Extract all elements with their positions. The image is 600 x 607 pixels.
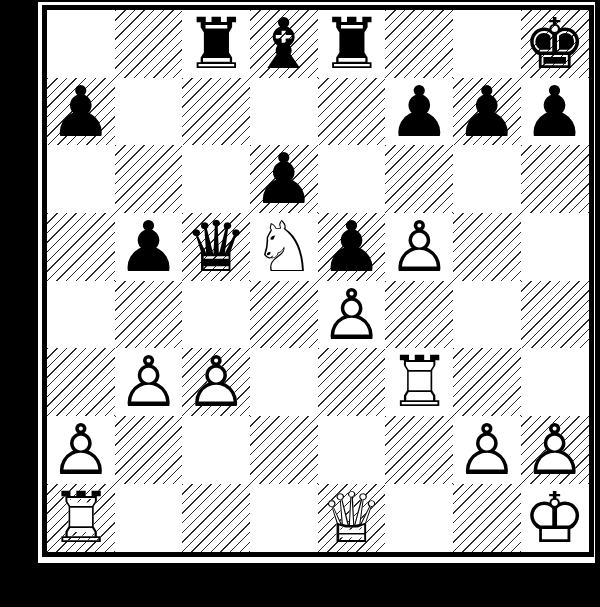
chess-board: ♜♝♜♚♟♟♟♟♟♟♛♞♘♟♟♙♟♙♟♙♟♙♜♖♟♙♟♙♟♙♜♖♛♕♚♔ — [42, 5, 594, 557]
square-g3[interactable] — [453, 348, 521, 416]
square-h4[interactable] — [521, 281, 589, 349]
square-c6[interactable] — [182, 145, 250, 213]
square-b3[interactable]: ♟♙ — [115, 348, 183, 416]
square-a6[interactable] — [47, 145, 115, 213]
white-knight[interactable]: ♞♘ — [250, 213, 318, 281]
white-pawn[interactable]: ♟♙ — [115, 348, 183, 416]
square-b1[interactable] — [115, 484, 183, 552]
square-a7[interactable]: ♟ — [47, 78, 115, 146]
white-rook-glyph: ♖ — [388, 348, 451, 416]
white-rook-glyph: ♖ — [49, 484, 112, 552]
square-g8[interactable] — [453, 10, 521, 78]
white-pawn[interactable]: ♟♙ — [47, 416, 115, 484]
square-c5[interactable]: ♛ — [182, 213, 250, 281]
square-a1[interactable]: ♜♖ — [47, 484, 115, 552]
square-f4[interactable] — [385, 281, 453, 349]
square-h7[interactable]: ♟ — [521, 78, 589, 146]
square-e6[interactable] — [318, 145, 386, 213]
square-d6[interactable]: ♟ — [250, 145, 318, 213]
square-d5[interactable]: ♞♘ — [250, 213, 318, 281]
square-f1[interactable] — [385, 484, 453, 552]
square-f7[interactable]: ♟ — [385, 78, 453, 146]
square-e8[interactable]: ♜ — [318, 10, 386, 78]
square-a5[interactable] — [47, 213, 115, 281]
square-c2[interactable] — [182, 416, 250, 484]
black-pawn[interactable]: ♟ — [453, 78, 521, 146]
square-e1[interactable]: ♛♕ — [318, 484, 386, 552]
square-a2[interactable]: ♟♙ — [47, 416, 115, 484]
square-d7[interactable] — [250, 78, 318, 146]
square-b4[interactable] — [115, 281, 183, 349]
white-pawn-glyph: ♙ — [320, 281, 383, 349]
white-queen[interactable]: ♛♕ — [318, 484, 386, 552]
black-pawn[interactable]: ♟ — [115, 213, 183, 281]
white-pawn[interactable]: ♟♙ — [521, 416, 589, 484]
white-pawn-glyph: ♙ — [523, 416, 586, 484]
square-d1[interactable] — [250, 484, 318, 552]
white-pawn-glyph: ♙ — [117, 348, 180, 416]
square-c7[interactable] — [182, 78, 250, 146]
square-d4[interactable] — [250, 281, 318, 349]
white-queen-glyph: ♕ — [320, 484, 383, 552]
square-f6[interactable] — [385, 145, 453, 213]
square-f5[interactable]: ♟♙ — [385, 213, 453, 281]
square-c4[interactable] — [182, 281, 250, 349]
square-e2[interactable] — [318, 416, 386, 484]
white-pawn-glyph: ♙ — [388, 213, 451, 281]
white-knight-glyph: ♘ — [253, 213, 316, 281]
square-g2[interactable]: ♟♙ — [453, 416, 521, 484]
square-a4[interactable] — [47, 281, 115, 349]
page-background: ♜♝♜♚♟♟♟♟♟♟♛♞♘♟♟♙♟♙♟♙♟♙♜♖♟♙♟♙♟♙♜♖♛♕♚♔ — [38, 2, 595, 563]
white-pawn[interactable]: ♟♙ — [453, 416, 521, 484]
white-king-glyph: ♔ — [523, 484, 586, 552]
square-g1[interactable] — [453, 484, 521, 552]
black-rook[interactable]: ♜ — [182, 10, 250, 78]
square-d2[interactable] — [250, 416, 318, 484]
square-c1[interactable] — [182, 484, 250, 552]
square-c3[interactable]: ♟♙ — [182, 348, 250, 416]
square-e5[interactable]: ♟ — [318, 213, 386, 281]
white-king[interactable]: ♚♔ — [521, 484, 589, 552]
square-e7[interactable] — [318, 78, 386, 146]
white-pawn-glyph: ♙ — [185, 348, 248, 416]
square-g6[interactable] — [453, 145, 521, 213]
square-b5[interactable]: ♟ — [115, 213, 183, 281]
square-f2[interactable] — [385, 416, 453, 484]
square-c8[interactable]: ♜ — [182, 10, 250, 78]
square-g4[interactable] — [453, 281, 521, 349]
black-pawn[interactable]: ♟ — [385, 78, 453, 146]
square-e4[interactable]: ♟♙ — [318, 281, 386, 349]
black-pawn[interactable]: ♟ — [521, 78, 589, 146]
square-d8[interactable]: ♝ — [250, 10, 318, 78]
black-king[interactable]: ♚ — [521, 10, 589, 78]
black-pawn[interactable]: ♟ — [318, 213, 386, 281]
white-rook[interactable]: ♜♖ — [47, 484, 115, 552]
square-b6[interactable] — [115, 145, 183, 213]
square-b7[interactable] — [115, 78, 183, 146]
black-bishop[interactable]: ♝ — [250, 10, 318, 78]
square-h8[interactable]: ♚ — [521, 10, 589, 78]
white-pawn[interactable]: ♟♙ — [385, 213, 453, 281]
square-a3[interactable] — [47, 348, 115, 416]
black-queen[interactable]: ♛ — [182, 213, 250, 281]
square-g5[interactable] — [453, 213, 521, 281]
black-rook[interactable]: ♜ — [318, 10, 386, 78]
square-h6[interactable] — [521, 145, 589, 213]
square-h1[interactable]: ♚♔ — [521, 484, 589, 552]
white-pawn-glyph: ♙ — [49, 416, 112, 484]
square-e3[interactable] — [318, 348, 386, 416]
square-h3[interactable] — [521, 348, 589, 416]
square-d3[interactable] — [250, 348, 318, 416]
black-pawn[interactable]: ♟ — [47, 78, 115, 146]
white-pawn[interactable]: ♟♙ — [318, 281, 386, 349]
square-b2[interactable] — [115, 416, 183, 484]
square-g7[interactable]: ♟ — [453, 78, 521, 146]
square-f3[interactable]: ♜♖ — [385, 348, 453, 416]
square-b8[interactable] — [115, 10, 183, 78]
white-rook[interactable]: ♜♖ — [385, 348, 453, 416]
square-h2[interactable]: ♟♙ — [521, 416, 589, 484]
black-pawn[interactable]: ♟ — [250, 145, 318, 213]
square-f8[interactable] — [385, 10, 453, 78]
white-pawn[interactable]: ♟♙ — [182, 348, 250, 416]
white-pawn-glyph: ♙ — [456, 416, 519, 484]
square-a8[interactable] — [47, 10, 115, 78]
square-h5[interactable] — [521, 213, 589, 281]
